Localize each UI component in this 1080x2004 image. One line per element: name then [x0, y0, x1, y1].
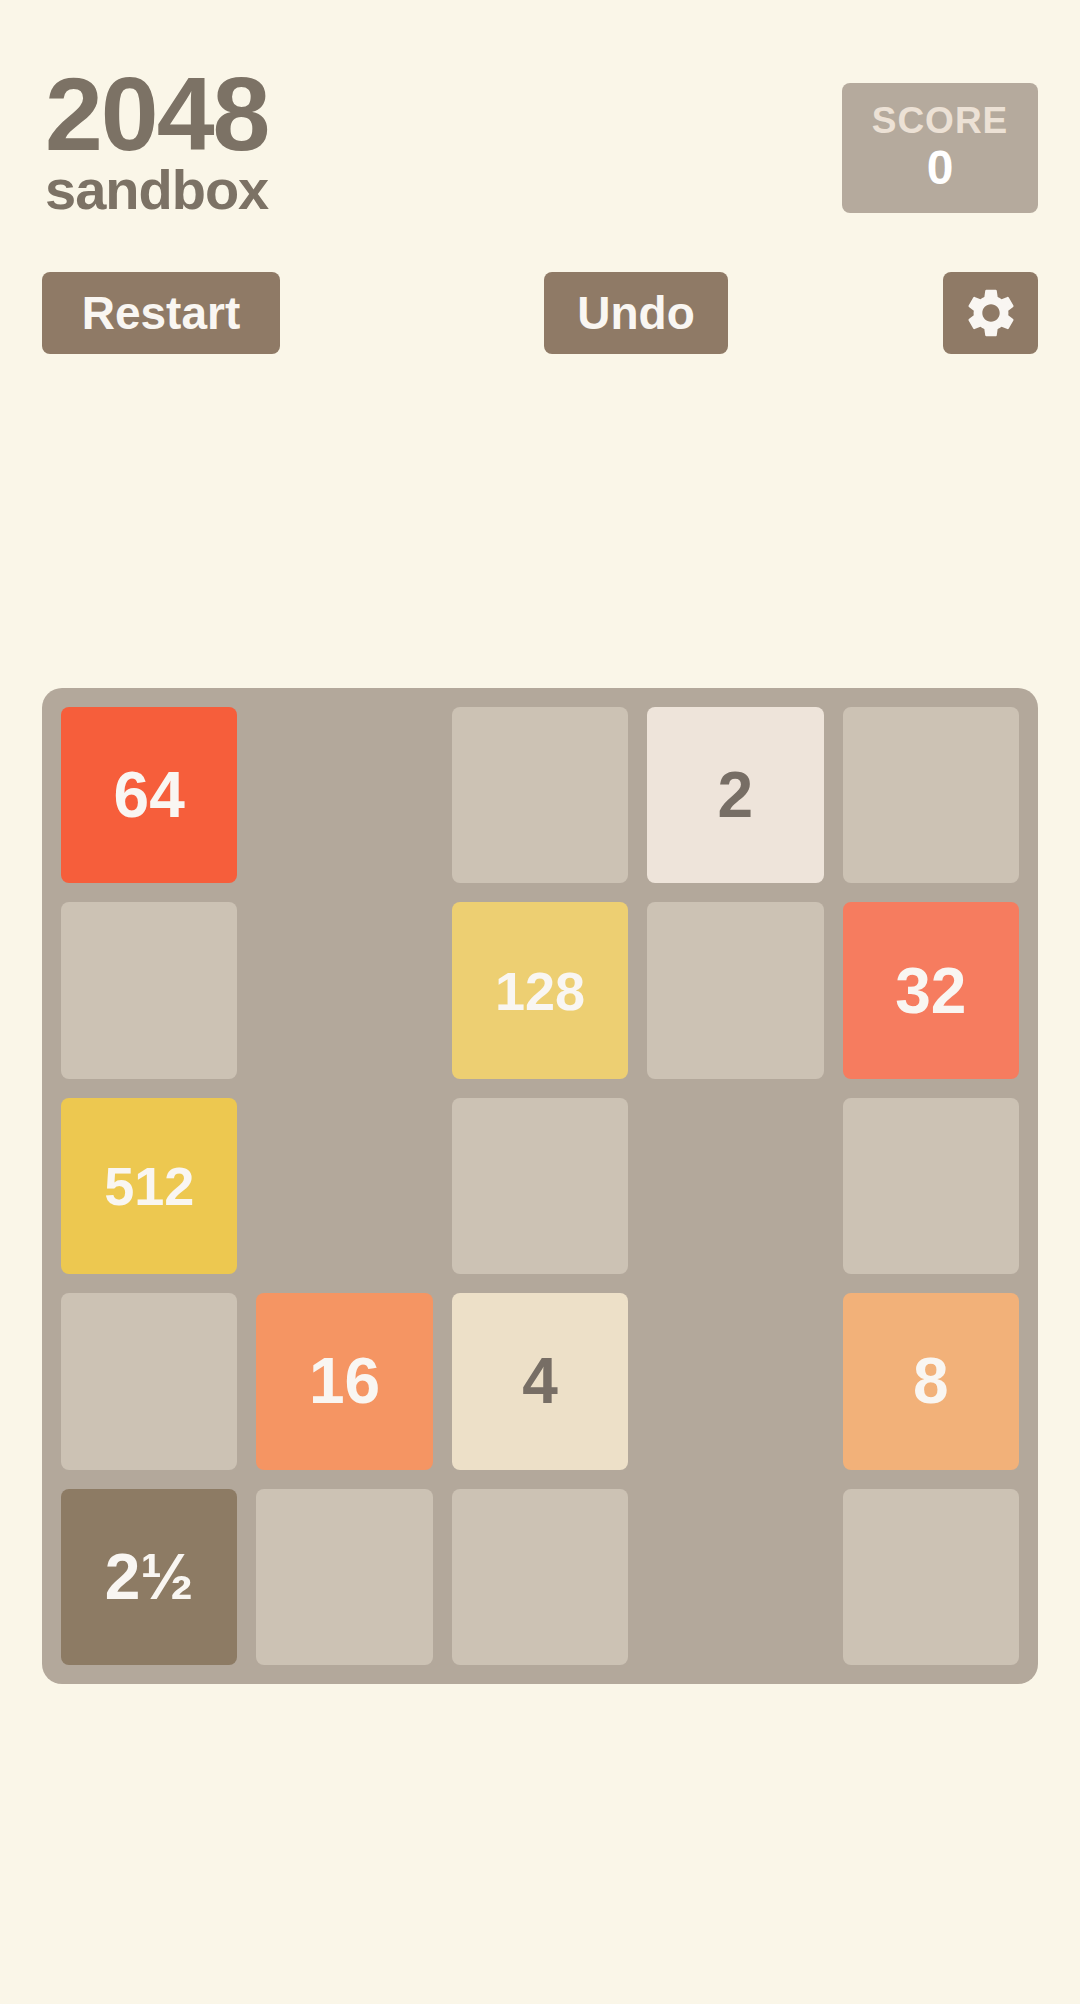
score-label: SCORE [872, 101, 1009, 142]
tile-16[interactable]: 16 [256, 1293, 432, 1469]
blocked-cell[interactable] [256, 707, 432, 883]
empty-cell[interactable] [61, 1293, 237, 1469]
settings-button[interactable] [943, 272, 1038, 354]
empty-cell[interactable] [61, 902, 237, 1078]
empty-cell[interactable] [452, 1489, 628, 1665]
empty-cell[interactable] [256, 1489, 432, 1665]
tile-2½[interactable]: 2½ [61, 1489, 237, 1665]
tile-32[interactable]: 32 [843, 902, 1019, 1078]
blocked-cell[interactable] [256, 902, 432, 1078]
title-block: 2048 sandbox [45, 62, 268, 218]
score-value: 0 [927, 142, 954, 195]
app-subtitle: sandbox [45, 162, 268, 218]
tile-512[interactable]: 512 [61, 1098, 237, 1274]
tile-64[interactable]: 64 [61, 707, 237, 883]
gear-icon [962, 284, 1020, 342]
undo-button[interactable]: Undo [544, 272, 728, 354]
board[interactable]: 6421283251216482½ [42, 688, 1038, 1684]
blocked-cell[interactable] [647, 1098, 823, 1274]
empty-cell[interactable] [452, 1098, 628, 1274]
app-title: 2048 [45, 62, 268, 166]
blocked-cell[interactable] [647, 1293, 823, 1469]
tile-2[interactable]: 2 [647, 707, 823, 883]
empty-cell[interactable] [843, 707, 1019, 883]
tile-4[interactable]: 4 [452, 1293, 628, 1469]
controls-row: Restart Undo [42, 272, 1038, 354]
tile-128[interactable]: 128 [452, 902, 628, 1078]
empty-cell[interactable] [647, 902, 823, 1078]
empty-cell[interactable] [843, 1098, 1019, 1274]
blocked-cell[interactable] [647, 1489, 823, 1665]
empty-cell[interactable] [843, 1489, 1019, 1665]
restart-button[interactable]: Restart [42, 272, 280, 354]
empty-cell[interactable] [452, 707, 628, 883]
score-box: SCORE 0 [842, 83, 1038, 213]
tile-8[interactable]: 8 [843, 1293, 1019, 1469]
blocked-cell[interactable] [256, 1098, 432, 1274]
